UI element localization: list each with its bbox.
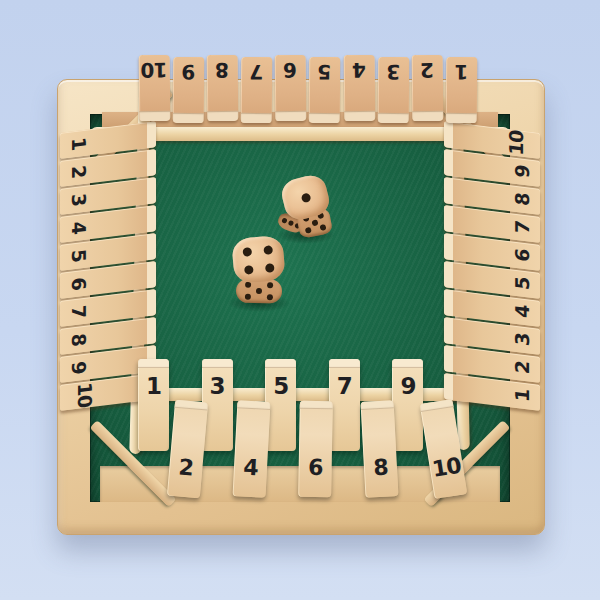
tile-number: 3 (378, 62, 409, 82)
tile-number: 7 (69, 304, 88, 319)
pip (311, 219, 318, 226)
tile-number: 8 (69, 332, 88, 347)
pip (256, 288, 262, 294)
tile-top-3[interactable]: 3 (377, 57, 409, 123)
tile-number: 1 (512, 388, 531, 403)
tile-top-7[interactable]: 7 (241, 57, 273, 123)
die-showing-4[interactable] (227, 237, 291, 307)
tile-bottom-8[interactable]: 8 (361, 400, 399, 498)
tile-number: 3 (202, 375, 233, 398)
tile-number: 4 (69, 220, 88, 235)
tile-top-9[interactable]: 9 (173, 57, 205, 123)
tile-number: 10 (75, 382, 94, 409)
tile-number: 4 (343, 60, 374, 80)
tile-column-right: 10987654321 (444, 127, 540, 405)
tile-number: 5 (265, 375, 296, 398)
pip (266, 294, 272, 300)
tile-number: 1 (138, 375, 169, 398)
tile-number: 5 (69, 248, 88, 263)
tile-number: 10 (139, 60, 170, 80)
tile-number: 6 (512, 248, 531, 263)
tile-number: 8 (512, 192, 531, 207)
tile-number: 10 (428, 454, 464, 481)
die-showing-1[interactable] (277, 175, 335, 239)
tile-top-5[interactable]: 5 (309, 57, 341, 123)
tile-bottom-9[interactable]: 9 (392, 359, 423, 451)
tile-top-2[interactable]: 2 (411, 55, 443, 121)
tile-number: 2 (168, 456, 203, 481)
tile-number: 6 (298, 457, 331, 480)
tile-number: 10 (506, 130, 525, 157)
tile-number: 7 (241, 62, 272, 82)
pip (320, 224, 327, 231)
tile-number: 2 (411, 60, 442, 80)
tile-bottom-1[interactable]: 1 (138, 359, 169, 451)
tile-number: 3 (69, 192, 88, 207)
tile-number: 4 (233, 456, 267, 480)
tile-top-1[interactable]: 1 (446, 57, 478, 123)
pip (305, 227, 312, 234)
tile-bottom-7[interactable]: 7 (329, 359, 360, 451)
pip (244, 264, 254, 274)
tile-number: 5 (310, 62, 341, 82)
tile-number: 7 (329, 375, 360, 398)
tile-number: 6 (275, 60, 306, 80)
pip (300, 192, 311, 203)
tile-number: 2 (69, 164, 88, 179)
tile-number: 9 (69, 360, 88, 375)
die-2-top-face (231, 235, 286, 284)
tile-number: 8 (207, 60, 238, 80)
tile-row-top: 10987654321 (139, 56, 477, 122)
tile-number: 9 (173, 62, 204, 82)
pip (245, 293, 251, 299)
pip (265, 263, 275, 273)
pip (243, 247, 253, 257)
tile-top-8[interactable]: 8 (207, 55, 239, 121)
pip (281, 217, 288, 224)
tile-number: 4 (512, 304, 531, 319)
photo-scene: 10987654321 12345678910 10987654321 1234… (0, 0, 600, 600)
tile-bottom-4[interactable]: 4 (233, 400, 271, 498)
tile-number: 3 (512, 332, 531, 347)
tile-number: 2 (512, 360, 531, 375)
tile-number: 6 (69, 276, 88, 291)
pip (245, 282, 251, 288)
tile-top-6[interactable]: 6 (275, 55, 307, 121)
tile-bottom-6[interactable]: 6 (298, 401, 333, 498)
tile-top-10[interactable]: 10 (139, 55, 171, 121)
tile-top-4[interactable]: 4 (343, 55, 375, 121)
die-2-front-face (236, 279, 282, 304)
tile-number: 9 (392, 375, 423, 398)
tile-number: 5 (512, 276, 531, 291)
pip (267, 283, 273, 289)
tile-number: 8 (363, 456, 397, 480)
tile-number: 7 (512, 220, 531, 235)
tile-number: 1 (69, 136, 88, 151)
tile-number: 9 (512, 164, 531, 179)
pip (263, 245, 273, 255)
pip (287, 220, 294, 227)
tile-number: 1 (446, 62, 477, 82)
